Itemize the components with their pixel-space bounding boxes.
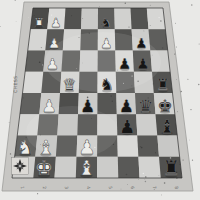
speckle bbox=[78, 37, 79, 38]
speckle bbox=[143, 173, 144, 174]
speckle bbox=[99, 30, 100, 31]
speckle bbox=[50, 44, 51, 45]
piece-white-K-h2[interactable]: ♚ bbox=[35, 156, 53, 180]
speckle bbox=[40, 19, 41, 20]
speckle bbox=[145, 181, 146, 182]
speckle bbox=[181, 91, 182, 92]
speckle bbox=[128, 27, 129, 28]
speckle bbox=[182, 159, 183, 160]
speckle bbox=[158, 17, 159, 18]
speckle bbox=[10, 153, 11, 154]
piece-white-P-b2[interactable]: ♟ bbox=[48, 35, 60, 51]
speckle bbox=[87, 97, 89, 99]
speckle bbox=[152, 55, 153, 56]
speckle bbox=[176, 177, 177, 178]
speckle bbox=[150, 25, 151, 26]
speckle bbox=[161, 195, 162, 196]
speckle bbox=[23, 98, 24, 99]
piece-black-P-f6[interactable]: ♟ bbox=[119, 116, 135, 137]
speckle bbox=[76, 68, 77, 69]
speckle bbox=[79, 83, 80, 84]
speckle bbox=[110, 95, 112, 97]
speckle bbox=[146, 66, 147, 67]
piece-black-P-e4[interactable]: ♟ bbox=[80, 96, 95, 116]
speckle bbox=[177, 111, 178, 112]
square-e1[interactable] bbox=[20, 93, 41, 114]
square-h6[interactable] bbox=[118, 157, 140, 178]
speckle bbox=[25, 137, 27, 139]
square-e5[interactable] bbox=[97, 93, 116, 114]
speckle bbox=[15, 81, 16, 82]
piece-black-B-f8[interactable]: ♝ bbox=[159, 116, 175, 137]
square-a6[interactable] bbox=[114, 8, 131, 29]
speckle bbox=[112, 101, 113, 102]
speckle bbox=[174, 53, 175, 54]
speckle bbox=[51, 15, 52, 16]
speckle bbox=[172, 19, 173, 20]
speckle bbox=[191, 4, 192, 5]
speckle bbox=[71, 15, 72, 16]
square-h3[interactable] bbox=[55, 157, 77, 178]
speckle bbox=[127, 184, 128, 185]
square-a7[interactable] bbox=[131, 8, 149, 29]
speckle bbox=[159, 175, 160, 176]
speckle bbox=[34, 15, 35, 16]
speckle bbox=[176, 47, 177, 48]
speckle bbox=[40, 144, 41, 145]
piece-white-R-a1[interactable]: ♜ bbox=[33, 15, 44, 30]
speckle bbox=[170, 157, 172, 159]
speckle bbox=[140, 146, 141, 147]
speckle bbox=[53, 44, 54, 45]
speckle bbox=[155, 152, 156, 153]
speckle bbox=[37, 193, 38, 194]
piece-white-P-e2[interactable]: ♟ bbox=[41, 96, 56, 116]
speckle bbox=[132, 85, 133, 86]
square-g8[interactable] bbox=[157, 136, 179, 157]
piece-black-N-a5[interactable]: ♞ bbox=[101, 15, 112, 30]
square-d1[interactable] bbox=[23, 72, 44, 93]
speckle bbox=[9, 122, 10, 123]
piece-black-R-d8[interactable]: ♜ bbox=[156, 75, 170, 94]
speckle bbox=[126, 174, 128, 176]
speckle bbox=[150, 5, 151, 6]
piece-white-N-g1[interactable]: ♞ bbox=[16, 136, 33, 159]
speckle bbox=[126, 103, 127, 104]
speckle bbox=[144, 179, 145, 180]
board-svg: 12345678CHESS♜♟♞♟♟♟♟♟♟♛♞♜♟♟♟♛♚♟♝♞♝♟♚♝♜ bbox=[0, 0, 200, 200]
speckle bbox=[148, 97, 149, 98]
speckle bbox=[176, 79, 177, 80]
piece-black-N-d5[interactable]: ♞ bbox=[100, 75, 114, 94]
piece-white-B-h4[interactable]: ♝ bbox=[77, 156, 95, 180]
speckle bbox=[42, 64, 43, 65]
speckle bbox=[176, 172, 178, 174]
speckle bbox=[164, 182, 166, 184]
piece-white-P-a2[interactable]: ♟ bbox=[50, 15, 61, 30]
piece-black-K-e8[interactable]: ♚ bbox=[157, 96, 172, 116]
compass-emblem bbox=[12, 158, 29, 175]
speckle bbox=[153, 83, 154, 84]
square-a3[interactable] bbox=[64, 8, 82, 29]
speckle bbox=[94, 147, 95, 148]
piece-black-P-c6[interactable]: ♟ bbox=[118, 55, 131, 72]
speckle bbox=[113, 144, 114, 145]
speckle bbox=[144, 31, 145, 32]
piece-white-P-c2[interactable]: ♟ bbox=[46, 55, 59, 72]
square-a4[interactable] bbox=[81, 8, 98, 29]
speckle bbox=[160, 20, 162, 22]
piece-white-P-b5[interactable]: ♟ bbox=[100, 35, 112, 51]
speckle bbox=[154, 189, 155, 190]
speckle bbox=[28, 17, 29, 18]
speckle bbox=[141, 147, 143, 149]
speckle bbox=[99, 6, 100, 7]
speckle bbox=[198, 84, 199, 85]
speckle bbox=[40, 135, 41, 136]
speckle bbox=[16, 21, 17, 22]
piece-black-Q-e7[interactable]: ♛ bbox=[138, 96, 153, 116]
speckle bbox=[91, 118, 92, 119]
square-a8[interactable] bbox=[147, 8, 166, 29]
speckle bbox=[148, 39, 149, 40]
speckle bbox=[117, 70, 118, 71]
speckle bbox=[39, 62, 41, 64]
speckle bbox=[138, 179, 139, 180]
speckle bbox=[41, 47, 42, 48]
board-brand-label: CHESS bbox=[13, 75, 18, 93]
speckle bbox=[192, 160, 193, 161]
square-f7[interactable] bbox=[136, 114, 157, 135]
speckle bbox=[82, 63, 83, 64]
chessboard-photo: 12345678CHESS♜♟♞♟♟♟♟♟♟♛♞♜♟♟♟♛♚♟♝♞♝♟♚♝♜ bbox=[0, 0, 200, 200]
square-h5[interactable] bbox=[97, 157, 118, 178]
speckle bbox=[190, 109, 191, 110]
speckle bbox=[179, 164, 180, 165]
speckle bbox=[89, 33, 90, 34]
speckle bbox=[187, 79, 188, 80]
piece-black-P-b7[interactable]: ♟ bbox=[135, 35, 147, 51]
piece-white-Q-d3[interactable]: ♛ bbox=[62, 75, 76, 94]
speckle bbox=[164, 84, 165, 85]
square-b1[interactable] bbox=[28, 29, 48, 50]
speckle bbox=[106, 88, 107, 89]
speckle bbox=[101, 24, 102, 25]
speckle bbox=[137, 81, 138, 82]
piece-black-P-e6[interactable]: ♟ bbox=[119, 96, 134, 116]
speckle bbox=[199, 43, 200, 44]
piece-black-R-h8[interactable]: ♜ bbox=[162, 156, 180, 180]
piece-black-P-c7[interactable]: ♟ bbox=[136, 55, 149, 72]
square-h7[interactable] bbox=[138, 157, 160, 178]
speckle bbox=[121, 189, 122, 190]
speckle bbox=[145, 176, 146, 177]
speckle bbox=[162, 47, 164, 49]
speckle bbox=[189, 140, 190, 141]
speckle bbox=[69, 81, 70, 82]
square-c1[interactable] bbox=[25, 51, 45, 72]
speckle bbox=[123, 83, 124, 84]
square-g6[interactable] bbox=[117, 136, 138, 157]
speckle bbox=[131, 75, 132, 76]
speckle bbox=[175, 23, 176, 24]
speckle bbox=[82, 18, 83, 19]
speckle bbox=[125, 2, 126, 3]
